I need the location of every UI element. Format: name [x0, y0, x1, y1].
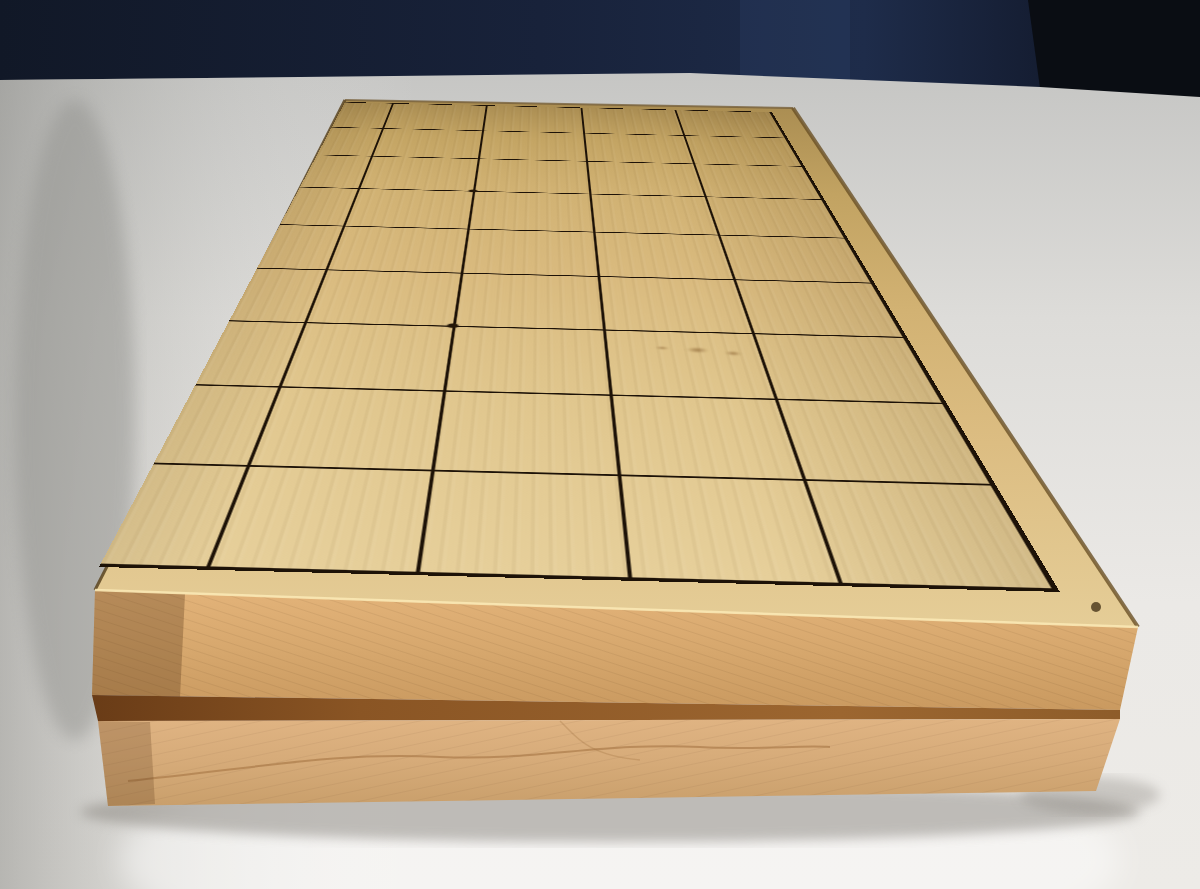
board-cell [603, 329, 775, 398]
board-cell [461, 229, 597, 277]
board-cell [432, 390, 618, 475]
board-cell [478, 130, 586, 161]
board-cell [371, 128, 483, 158]
board-cell [473, 159, 589, 194]
photo-scene [0, 0, 1200, 889]
board-cell [382, 104, 486, 131]
board-cell [597, 276, 752, 333]
board-cell [609, 394, 803, 479]
board-cell [206, 465, 432, 572]
lower-half-grain [98, 719, 1120, 806]
board-cell [482, 106, 583, 133]
board-cell [444, 326, 610, 394]
wood-chip-mark [1091, 602, 1101, 612]
board-cell [586, 161, 705, 196]
board-cell [358, 156, 478, 191]
board-cell [675, 110, 784, 137]
board-cell [583, 133, 694, 164]
board-cell [278, 322, 453, 390]
board-cell [734, 279, 903, 336]
board-cell [417, 470, 628, 577]
board-cell [325, 225, 468, 272]
board-cell [453, 273, 602, 330]
board-cell [468, 191, 593, 232]
curtain-shadow-corner [1028, 0, 1200, 97]
board-cell [589, 194, 718, 235]
board-cell [684, 135, 802, 166]
upper-half-end-shadow [92, 590, 185, 697]
board-cell [247, 386, 444, 470]
lower-half-end-shadow [98, 721, 155, 806]
board-cell [617, 475, 839, 583]
board-cell [580, 108, 683, 135]
board-cell [718, 235, 870, 283]
board-cell [693, 164, 820, 200]
board-cell [705, 196, 844, 237]
board-cell [343, 188, 474, 228]
board-cell [304, 269, 461, 325]
board-cell [593, 232, 734, 280]
